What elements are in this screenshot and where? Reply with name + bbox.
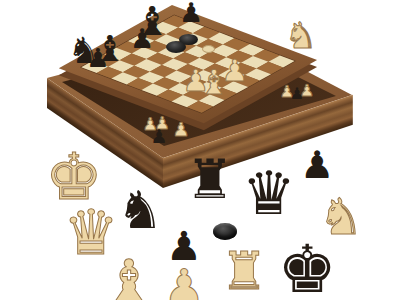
chess-piece-white-pawn: ♟	[163, 263, 204, 300]
chess-piece-black-king: ♚	[277, 237, 336, 300]
product-photo-chess-set: ♞♝♝♟♟♟♟♝♟♞♟♟♟♟♟♟♟♚♛♞♜♟♛♟♞♚♜♝♟	[0, 0, 400, 300]
chess-piece-black-queen: ♛	[242, 163, 296, 223]
chess-piece-white-rook: ♜	[221, 245, 268, 297]
chess-piece-black-pawn: ♟	[290, 86, 304, 102]
chess-piece-black-pawn: ♟	[300, 146, 334, 184]
chess-piece-white-pawn: ♟	[300, 83, 314, 99]
chess-piece-black-pawn: ♟	[166, 226, 202, 266]
checker-black-disc	[166, 41, 186, 53]
chess-board-grid	[80, 15, 296, 114]
chess-piece-black-pawn: ♟	[150, 127, 167, 146]
checker-black-disc	[213, 223, 237, 240]
chess-piece-white-pawn: ♟	[154, 115, 169, 132]
chess-piece-black-knight: ♞	[117, 184, 164, 236]
chess-board	[59, 5, 317, 123]
chess-piece-white-pawn: ♟	[280, 84, 294, 100]
chess-piece-white-bishop: ♝	[103, 252, 155, 300]
chess-piece-white-pawn: ♟	[142, 116, 157, 133]
chess-piece-white-knight: ♞	[319, 192, 364, 242]
chess-piece-white-king: ♚	[45, 145, 102, 209]
checker-white-disc	[202, 45, 215, 53]
chess-piece-white-queen: ♛	[63, 202, 119, 264]
